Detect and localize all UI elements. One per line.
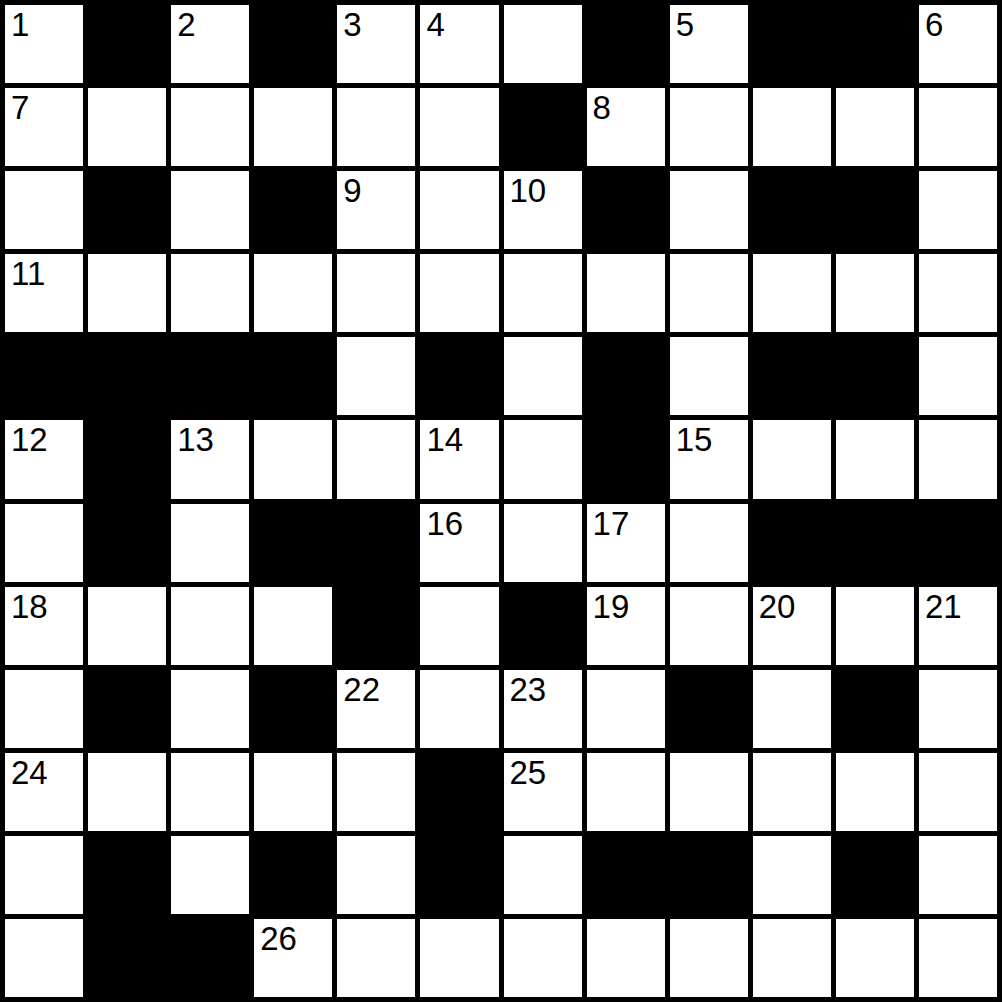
black-cell-r6c2 [88, 420, 166, 498]
black-cell-r11c4 [254, 836, 332, 914]
white-cell-r7c3[interactable] [171, 504, 249, 582]
black-cell-r12c2 [88, 919, 166, 997]
white-cell-r11c3[interactable] [171, 836, 249, 914]
white-cell-r12c5[interactable] [337, 919, 415, 997]
clue-number-26: 26 [260, 922, 297, 955]
white-cell-r10c5[interactable] [337, 753, 415, 831]
black-cell-r7c4 [254, 504, 332, 582]
white-cell-r8c2[interactable] [88, 587, 166, 665]
white-cell-r12c9[interactable] [670, 919, 748, 997]
black-cell-r5c6 [420, 337, 498, 415]
white-cell-r7c8[interactable]: 17 [587, 504, 665, 582]
clue-number-8: 8 [593, 91, 611, 124]
black-cell-r5c3 [171, 337, 249, 415]
white-cell-r2c1[interactable]: 7 [5, 88, 83, 166]
white-cell-r6c11[interactable] [836, 420, 914, 498]
white-cell-r8c4[interactable] [254, 587, 332, 665]
clue-number-17: 17 [593, 507, 630, 540]
white-cell-r8c11[interactable] [836, 587, 914, 665]
white-cell-r10c7[interactable]: 25 [504, 753, 582, 831]
clue-number-14: 14 [426, 423, 463, 456]
white-cell-r6c12[interactable] [919, 420, 997, 498]
white-cell-r3c12[interactable] [919, 171, 997, 249]
white-cell-r2c9[interactable] [670, 88, 748, 166]
white-cell-r9c7[interactable]: 23 [504, 670, 582, 748]
white-cell-r6c4[interactable] [254, 420, 332, 498]
white-cell-r7c6[interactable]: 16 [420, 504, 498, 582]
black-cell-r10c6 [420, 753, 498, 831]
black-cell-r5c8 [587, 337, 665, 415]
clue-number-22: 22 [343, 673, 380, 706]
clue-number-2: 2 [177, 8, 195, 41]
white-cell-r8c9[interactable] [670, 587, 748, 665]
white-cell-r6c6[interactable]: 14 [420, 420, 498, 498]
black-cell-r5c2 [88, 337, 166, 415]
clue-number-5: 5 [676, 8, 694, 41]
white-cell-r4c7[interactable] [504, 254, 582, 332]
white-cell-r7c7[interactable] [504, 504, 582, 582]
white-cell-r2c2[interactable] [88, 88, 166, 166]
black-cell-r11c6 [420, 836, 498, 914]
black-cell-r5c11 [836, 337, 914, 415]
white-cell-r4c10[interactable] [753, 254, 831, 332]
clue-number-9: 9 [343, 174, 361, 207]
white-cell-r8c12[interactable]: 21 [919, 587, 997, 665]
white-cell-r11c7[interactable] [504, 836, 582, 914]
white-cell-r8c8[interactable]: 19 [587, 587, 665, 665]
white-cell-r8c3[interactable] [171, 587, 249, 665]
white-cell-r3c6[interactable] [420, 171, 498, 249]
black-cell-r1c10 [753, 5, 831, 83]
black-cell-r6c8 [587, 420, 665, 498]
white-cell-r3c5[interactable]: 9 [337, 171, 415, 249]
white-cell-r9c10[interactable] [753, 670, 831, 748]
white-cell-r3c7[interactable]: 10 [504, 171, 582, 249]
white-cell-r1c3[interactable]: 2 [171, 5, 249, 83]
black-cell-r11c2 [88, 836, 166, 914]
white-cell-r2c3[interactable] [171, 88, 249, 166]
black-cell-r3c10 [753, 171, 831, 249]
white-cell-r1c1[interactable]: 1 [5, 5, 83, 83]
clue-number-23: 23 [510, 673, 547, 706]
black-cell-r3c2 [88, 171, 166, 249]
black-cell-r9c9 [670, 670, 748, 748]
white-cell-r8c6[interactable] [420, 587, 498, 665]
white-cell-r10c10[interactable] [753, 753, 831, 831]
white-cell-r10c8[interactable] [587, 753, 665, 831]
clue-number-20: 20 [759, 590, 796, 623]
white-cell-r5c7[interactable] [504, 337, 582, 415]
clue-number-18: 18 [11, 590, 48, 623]
white-cell-r9c6[interactable] [420, 670, 498, 748]
white-cell-r1c5[interactable]: 3 [337, 5, 415, 83]
clue-number-3: 3 [343, 8, 361, 41]
white-cell-r12c4[interactable]: 26 [254, 919, 332, 997]
white-cell-r4c12[interactable] [919, 254, 997, 332]
white-cell-r6c10[interactable] [753, 420, 831, 498]
white-cell-r7c9[interactable] [670, 504, 748, 582]
white-cell-r1c6[interactable]: 4 [420, 5, 498, 83]
white-cell-r9c8[interactable] [587, 670, 665, 748]
black-cell-r9c2 [88, 670, 166, 748]
white-cell-r4c5[interactable] [337, 254, 415, 332]
white-cell-r12c11[interactable] [836, 919, 914, 997]
white-cell-r3c3[interactable] [171, 171, 249, 249]
crossword-board: 1234567891011121314151617181920212223242… [0, 0, 1002, 1002]
clue-number-25: 25 [510, 756, 547, 789]
white-cell-r11c10[interactable] [753, 836, 831, 914]
white-cell-r4c8[interactable] [587, 254, 665, 332]
black-cell-r9c4 [254, 670, 332, 748]
black-cell-r2c7 [504, 88, 582, 166]
white-cell-r4c2[interactable] [88, 254, 166, 332]
black-cell-r5c4 [254, 337, 332, 415]
black-cell-r7c12 [919, 504, 997, 582]
white-cell-r2c5[interactable] [337, 88, 415, 166]
white-cell-r12c1[interactable] [5, 919, 83, 997]
black-cell-r11c11 [836, 836, 914, 914]
white-cell-r4c1[interactable]: 11 [5, 254, 83, 332]
black-cell-r1c2 [88, 5, 166, 83]
white-cell-r10c1[interactable]: 24 [5, 753, 83, 831]
white-cell-r6c9[interactable]: 15 [670, 420, 748, 498]
black-cell-r7c10 [753, 504, 831, 582]
white-cell-r5c5[interactable] [337, 337, 415, 415]
clue-number-16: 16 [426, 507, 463, 540]
clue-number-1: 1 [11, 8, 29, 41]
clue-number-13: 13 [177, 423, 214, 456]
white-cell-r3c9[interactable] [670, 171, 748, 249]
black-cell-r12c3 [171, 919, 249, 997]
clue-number-11: 11 [11, 257, 45, 290]
black-cell-r1c8 [587, 5, 665, 83]
black-cell-r8c7 [504, 587, 582, 665]
white-cell-r12c8[interactable] [587, 919, 665, 997]
white-cell-r2c8[interactable]: 8 [587, 88, 665, 166]
clue-number-7: 7 [11, 91, 29, 124]
black-cell-r11c8 [587, 836, 665, 914]
clue-number-21: 21 [925, 590, 962, 623]
white-cell-r2c6[interactable] [420, 88, 498, 166]
white-cell-r1c12[interactable]: 6 [919, 5, 997, 83]
black-cell-r3c8 [587, 171, 665, 249]
white-cell-r12c7[interactable] [504, 919, 582, 997]
white-cell-r6c5[interactable] [337, 420, 415, 498]
black-cell-r7c5 [337, 504, 415, 582]
white-cell-r4c9[interactable] [670, 254, 748, 332]
white-cell-r5c12[interactable] [919, 337, 997, 415]
white-cell-r4c6[interactable] [420, 254, 498, 332]
white-cell-r10c2[interactable] [88, 753, 166, 831]
black-cell-r8c5 [337, 587, 415, 665]
white-cell-r10c3[interactable] [171, 753, 249, 831]
black-cell-r1c4 [254, 5, 332, 83]
white-cell-r11c1[interactable] [5, 836, 83, 914]
clue-number-12: 12 [11, 423, 48, 456]
white-cell-r12c10[interactable] [753, 919, 831, 997]
white-cell-r6c1[interactable]: 12 [5, 420, 83, 498]
white-cell-r9c5[interactable]: 22 [337, 670, 415, 748]
white-cell-r12c12[interactable] [919, 919, 997, 997]
white-cell-r10c12[interactable] [919, 753, 997, 831]
white-cell-r11c5[interactable] [337, 836, 415, 914]
white-cell-r9c1[interactable] [5, 670, 83, 748]
white-cell-r4c4[interactable] [254, 254, 332, 332]
white-cell-r10c9[interactable] [670, 753, 748, 831]
black-cell-r3c11 [836, 171, 914, 249]
white-cell-r10c11[interactable] [836, 753, 914, 831]
white-cell-r9c12[interactable] [919, 670, 997, 748]
clue-number-10: 10 [510, 174, 547, 207]
black-cell-r5c10 [753, 337, 831, 415]
white-cell-r1c7[interactable] [504, 5, 582, 83]
black-cell-r7c2 [88, 504, 166, 582]
white-cell-r3c1[interactable] [5, 171, 83, 249]
black-cell-r9c11 [836, 670, 914, 748]
white-cell-r2c11[interactable] [836, 88, 914, 166]
white-cell-r9c3[interactable] [171, 670, 249, 748]
white-cell-r6c7[interactable] [504, 420, 582, 498]
white-cell-r4c3[interactable] [171, 254, 249, 332]
white-cell-r10c4[interactable] [254, 753, 332, 831]
white-cell-r8c1[interactable]: 18 [5, 587, 83, 665]
clue-number-19: 19 [593, 590, 630, 623]
white-cell-r11c12[interactable] [919, 836, 997, 914]
clue-number-24: 24 [11, 756, 48, 789]
black-cell-r7c11 [836, 504, 914, 582]
clue-number-15: 15 [676, 423, 713, 456]
white-cell-r5c9[interactable] [670, 337, 748, 415]
white-cell-r2c4[interactable] [254, 88, 332, 166]
black-cell-r5c1 [5, 337, 83, 415]
white-cell-r2c10[interactable] [753, 88, 831, 166]
white-cell-r12c6[interactable] [420, 919, 498, 997]
black-cell-r3c4 [254, 171, 332, 249]
white-cell-r4c11[interactable] [836, 254, 914, 332]
white-cell-r6c3[interactable]: 13 [171, 420, 249, 498]
white-cell-r8c10[interactable]: 20 [753, 587, 831, 665]
clue-number-6: 6 [925, 8, 943, 41]
white-cell-r7c1[interactable] [5, 504, 83, 582]
white-cell-r2c12[interactable] [919, 88, 997, 166]
black-cell-r1c11 [836, 5, 914, 83]
black-cell-r11c9 [670, 836, 748, 914]
clue-number-4: 4 [426, 8, 444, 41]
white-cell-r1c9[interactable]: 5 [670, 5, 748, 83]
